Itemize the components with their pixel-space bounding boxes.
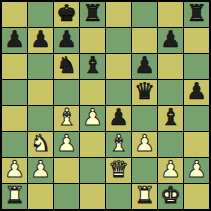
square-c2[interactable] bbox=[54, 158, 79, 183]
square-h8[interactable]: ♜ bbox=[184, 2, 209, 27]
square-d6[interactable]: ♝ bbox=[80, 54, 105, 79]
piece-black-knight: ♞ bbox=[56, 54, 77, 77]
piece-white-bishop: ♝ bbox=[108, 132, 129, 155]
square-f6[interactable]: ♟ bbox=[132, 54, 157, 79]
piece-black-rook: ♜ bbox=[186, 2, 207, 25]
square-b4[interactable] bbox=[28, 106, 53, 131]
square-d2[interactable] bbox=[80, 158, 105, 183]
square-h4[interactable] bbox=[184, 106, 209, 131]
square-g4[interactable]: ♝ bbox=[158, 106, 183, 131]
square-g5[interactable] bbox=[158, 80, 183, 105]
square-e6[interactable] bbox=[106, 54, 131, 79]
piece-white-king: ♚ bbox=[160, 184, 181, 207]
square-a5[interactable] bbox=[2, 80, 27, 105]
piece-black-pawn: ♟ bbox=[56, 28, 77, 51]
square-c6[interactable]: ♞ bbox=[54, 54, 79, 79]
square-g2[interactable]: ♟ bbox=[158, 158, 183, 183]
piece-white-pawn: ♟ bbox=[30, 158, 51, 181]
piece-white-rook: ♜ bbox=[4, 184, 25, 207]
square-b1[interactable] bbox=[28, 184, 53, 209]
piece-black-pawn: ♟ bbox=[186, 80, 207, 103]
piece-white-pawn: ♟ bbox=[134, 132, 155, 155]
square-e3[interactable]: ♝ bbox=[106, 132, 131, 157]
piece-white-rook: ♜ bbox=[134, 184, 155, 207]
square-g3[interactable] bbox=[158, 132, 183, 157]
square-c8[interactable]: ♚ bbox=[54, 2, 79, 27]
square-b5[interactable] bbox=[28, 80, 53, 105]
square-h2[interactable]: ♟ bbox=[184, 158, 209, 183]
piece-white-pawn: ♟ bbox=[160, 158, 181, 181]
piece-black-pawn: ♟ bbox=[134, 54, 155, 77]
square-f2[interactable] bbox=[132, 158, 157, 183]
square-b8[interactable] bbox=[28, 2, 53, 27]
piece-white-queen: ♛ bbox=[108, 158, 129, 181]
square-b7[interactable]: ♟ bbox=[28, 28, 53, 53]
square-g8[interactable] bbox=[158, 2, 183, 27]
square-d8[interactable]: ♜ bbox=[80, 2, 105, 27]
square-c1[interactable] bbox=[54, 184, 79, 209]
square-f5[interactable]: ♛ bbox=[132, 80, 157, 105]
piece-black-pawn: ♟ bbox=[30, 28, 51, 51]
square-f7[interactable] bbox=[132, 28, 157, 53]
square-a4[interactable] bbox=[2, 106, 27, 131]
piece-white-pawn: ♟ bbox=[56, 132, 77, 155]
square-h3[interactable] bbox=[184, 132, 209, 157]
square-f1[interactable]: ♜ bbox=[132, 184, 157, 209]
square-f8[interactable] bbox=[132, 2, 157, 27]
square-c4[interactable]: ♝ bbox=[54, 106, 79, 131]
piece-black-pawn: ♟ bbox=[160, 28, 181, 51]
square-b2[interactable]: ♟ bbox=[28, 158, 53, 183]
square-e5[interactable] bbox=[106, 80, 131, 105]
square-a3[interactable] bbox=[2, 132, 27, 157]
piece-black-bishop: ♝ bbox=[160, 106, 181, 129]
piece-white-pawn: ♟ bbox=[4, 158, 25, 181]
square-f4[interactable] bbox=[132, 106, 157, 131]
square-h1[interactable] bbox=[184, 184, 209, 209]
square-a6[interactable] bbox=[2, 54, 27, 79]
piece-black-queen: ♛ bbox=[134, 80, 155, 103]
square-h6[interactable] bbox=[184, 54, 209, 79]
square-g7[interactable]: ♟ bbox=[158, 28, 183, 53]
piece-white-knight: ♞ bbox=[30, 132, 51, 155]
square-a1[interactable]: ♜ bbox=[2, 184, 27, 209]
square-d5[interactable] bbox=[80, 80, 105, 105]
square-e7[interactable] bbox=[106, 28, 131, 53]
piece-black-rook: ♜ bbox=[82, 2, 103, 25]
piece-black-pawn: ♟ bbox=[108, 106, 129, 129]
square-d7[interactable] bbox=[80, 28, 105, 53]
piece-white-pawn: ♟ bbox=[82, 106, 103, 129]
square-c5[interactable] bbox=[54, 80, 79, 105]
piece-black-pawn: ♟ bbox=[4, 28, 25, 51]
square-h7[interactable] bbox=[184, 28, 209, 53]
piece-white-bishop: ♝ bbox=[56, 106, 77, 129]
square-g6[interactable] bbox=[158, 54, 183, 79]
square-a2[interactable]: ♟ bbox=[2, 158, 27, 183]
square-a7[interactable]: ♟ bbox=[2, 28, 27, 53]
square-c3[interactable]: ♟ bbox=[54, 132, 79, 157]
square-d4[interactable]: ♟ bbox=[80, 106, 105, 131]
square-a8[interactable] bbox=[2, 2, 27, 27]
piece-black-king: ♚ bbox=[56, 2, 77, 25]
square-e4[interactable]: ♟ bbox=[106, 106, 131, 131]
square-e8[interactable] bbox=[106, 2, 131, 27]
square-h5[interactable]: ♟ bbox=[184, 80, 209, 105]
piece-white-pawn: ♟ bbox=[186, 158, 207, 181]
piece-black-bishop: ♝ bbox=[82, 54, 103, 77]
square-e2[interactable]: ♛ bbox=[106, 158, 131, 183]
square-d1[interactable] bbox=[80, 184, 105, 209]
square-b6[interactable] bbox=[28, 54, 53, 79]
chess-board: ♚♜♜♟♟♟♟♞♝♟♛♟♝♟♟♝♞♟♝♟♟♟♛♟♟♜♜♚ bbox=[0, 0, 211, 211]
square-e1[interactable] bbox=[106, 184, 131, 209]
square-g1[interactable]: ♚ bbox=[158, 184, 183, 209]
square-c7[interactable]: ♟ bbox=[54, 28, 79, 53]
square-d3[interactable] bbox=[80, 132, 105, 157]
square-b3[interactable]: ♞ bbox=[28, 132, 53, 157]
square-f3[interactable]: ♟ bbox=[132, 132, 157, 157]
